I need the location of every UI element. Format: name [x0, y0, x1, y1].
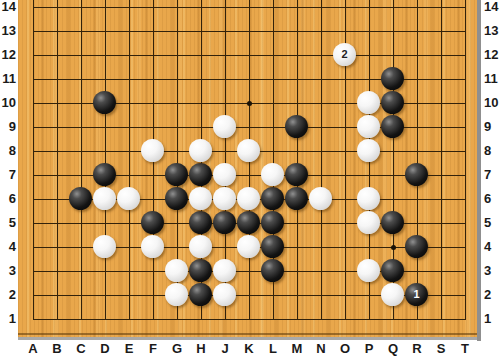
stone-white-e6[interactable]	[117, 187, 140, 210]
stone-black-h7[interactable]	[189, 163, 212, 186]
coord-label-col-R: R	[408, 341, 426, 356]
coord-label-row-4-left: 4	[0, 239, 16, 255]
stone-white-h8[interactable]	[189, 139, 212, 162]
stone-white-l7[interactable]	[261, 163, 284, 186]
coord-label-col-J: J	[216, 341, 234, 356]
stone-black-j5[interactable]	[213, 211, 236, 234]
grid-line-col-S	[441, 0, 442, 320]
coord-label-row-14-right: 14	[484, 0, 500, 15]
coord-label-col-M: M	[288, 341, 306, 356]
stone-white-j2[interactable]	[213, 283, 236, 306]
grid-line-col-M	[297, 0, 298, 320]
coord-label-col-E: E	[120, 341, 138, 356]
go-board-diagram: 12ABCDEFGHJKLMNOPQRST1414131312121111101…	[0, 0, 500, 356]
stone-white-j6[interactable]	[213, 187, 236, 210]
coord-label-col-L: L	[264, 341, 282, 356]
grid-line-col-B	[57, 0, 58, 320]
coord-label-row-7-left: 7	[0, 167, 16, 183]
coord-label-row-5-right: 5	[484, 215, 500, 231]
coord-label-row-14-left: 14	[0, 0, 16, 15]
coord-label-row-6-left: 6	[0, 191, 16, 207]
grid-line-row-13	[33, 31, 466, 32]
stone-black-r4[interactable]	[405, 235, 428, 258]
stone-black-d10[interactable]	[93, 91, 116, 114]
stone-black-c6[interactable]	[69, 187, 92, 210]
coord-label-col-N: N	[312, 341, 330, 356]
stone-white-g2[interactable]	[165, 283, 188, 306]
grid-line-col-N	[321, 0, 322, 320]
grid-line-row-1	[33, 319, 466, 320]
stone-white-k4[interactable]	[237, 235, 260, 258]
coord-label-row-11-right: 11	[484, 71, 500, 87]
move-number-label: 2	[341, 49, 347, 60]
coord-label-row-1-left: 1	[0, 311, 16, 327]
coord-label-row-12-left: 12	[0, 47, 16, 63]
grid-line-row-12	[33, 55, 466, 56]
coord-label-col-Q: Q	[384, 341, 402, 356]
stone-black-q5[interactable]	[381, 211, 404, 234]
coord-label-row-11-left: 11	[0, 71, 16, 87]
stone-white-j9[interactable]	[213, 115, 236, 138]
coord-label-row-3-left: 3	[0, 263, 16, 279]
stone-white-j3[interactable]	[213, 259, 236, 282]
coord-label-row-5-left: 5	[0, 215, 16, 231]
coord-label-col-T: T	[456, 341, 474, 356]
stone-white-p8[interactable]	[357, 139, 380, 162]
stone-black-q3[interactable]	[381, 259, 404, 282]
grid-line-row-14	[33, 7, 466, 8]
stone-black-k5[interactable]	[237, 211, 260, 234]
stone-black-g6[interactable]	[165, 187, 188, 210]
coord-label-col-K: K	[240, 341, 258, 356]
stone-black-f5[interactable]	[141, 211, 164, 234]
move-number-label: 1	[413, 289, 419, 300]
stone-black-h5[interactable]	[189, 211, 212, 234]
stone-black-g7[interactable]	[165, 163, 188, 186]
grid-line-col-E	[129, 0, 130, 320]
grid-line-col-C	[81, 0, 82, 320]
coord-label-col-B: B	[48, 341, 66, 356]
stone-white-d4[interactable]	[93, 235, 116, 258]
stone-white-p5[interactable]	[357, 211, 380, 234]
coord-label-col-G: G	[168, 341, 186, 356]
stone-black-h3[interactable]	[189, 259, 212, 282]
coord-label-row-6-right: 6	[484, 191, 500, 207]
stone-black-l5[interactable]	[261, 211, 284, 234]
coord-label-row-8-left: 8	[0, 143, 16, 159]
stone-white-k6[interactable]	[237, 187, 260, 210]
coord-label-row-4-right: 4	[484, 239, 500, 255]
coord-label-row-10-left: 10	[0, 95, 16, 111]
coord-label-row-10-right: 10	[484, 95, 500, 111]
board-layer: 12ABCDEFGHJKLMNOPQRST1414131312121111101…	[0, 0, 500, 356]
grid-line-col-R	[417, 0, 418, 320]
coord-label-col-H: H	[192, 341, 210, 356]
stone-black-r7[interactable]	[405, 163, 428, 186]
stone-white-p6[interactable]	[357, 187, 380, 210]
stone-white-n6[interactable]	[309, 187, 332, 210]
coord-label-row-8-right: 8	[484, 143, 500, 159]
coord-label-row-13-left: 13	[0, 23, 16, 39]
stone-black-m6[interactable]	[285, 187, 308, 210]
coord-label-col-C: C	[72, 341, 90, 356]
stone-black-m7[interactable]	[285, 163, 308, 186]
stone-black-r2[interactable]: 1	[405, 283, 428, 306]
stone-black-m9[interactable]	[285, 115, 308, 138]
grid-line-col-T	[465, 0, 466, 320]
coord-label-row-12-right: 12	[484, 47, 500, 63]
coord-label-col-O: O	[336, 341, 354, 356]
coord-label-col-D: D	[96, 341, 114, 356]
coord-label-row-7-right: 7	[484, 167, 500, 183]
stone-black-l6[interactable]	[261, 187, 284, 210]
stone-white-h6[interactable]	[189, 187, 212, 210]
grid-line-col-D	[105, 0, 106, 320]
coord-label-col-A: A	[24, 341, 42, 356]
stone-black-l3[interactable]	[261, 259, 284, 282]
stone-black-q10[interactable]	[381, 91, 404, 114]
coord-label-row-9-right: 9	[484, 119, 500, 135]
stone-white-f8[interactable]	[141, 139, 164, 162]
star-point-q4	[391, 245, 396, 250]
stone-white-q2[interactable]	[381, 283, 404, 306]
stone-black-q9[interactable]	[381, 115, 404, 138]
stone-white-j7[interactable]	[213, 163, 236, 186]
coord-label-row-9-left: 9	[0, 119, 16, 135]
star-point-k10	[247, 101, 252, 106]
stone-white-k8[interactable]	[237, 139, 260, 162]
stone-white-f4[interactable]	[141, 235, 164, 258]
coord-label-row-2-right: 2	[484, 287, 500, 303]
coord-label-row-3-right: 3	[484, 263, 500, 279]
stone-white-g3[interactable]	[165, 259, 188, 282]
stone-white-p9[interactable]	[357, 115, 380, 138]
stone-black-d7[interactable]	[93, 163, 116, 186]
stone-black-h2[interactable]	[189, 283, 212, 306]
stone-white-p10[interactable]	[357, 91, 380, 114]
grid-line-col-A	[33, 0, 34, 320]
coord-label-col-F: F	[144, 341, 162, 356]
stone-black-q11[interactable]	[381, 67, 404, 90]
stone-black-l4[interactable]	[261, 235, 284, 258]
coord-label-row-2-left: 2	[0, 287, 16, 303]
stone-white-h4[interactable]	[189, 235, 212, 258]
coord-label-col-P: P	[360, 341, 378, 356]
coord-label-col-S: S	[432, 341, 450, 356]
stone-white-d6[interactable]	[93, 187, 116, 210]
coord-label-row-1-right: 1	[484, 311, 500, 327]
coord-label-row-13-right: 13	[484, 23, 500, 39]
stone-white-o12[interactable]: 2	[333, 43, 356, 66]
stone-white-p3[interactable]	[357, 259, 380, 282]
